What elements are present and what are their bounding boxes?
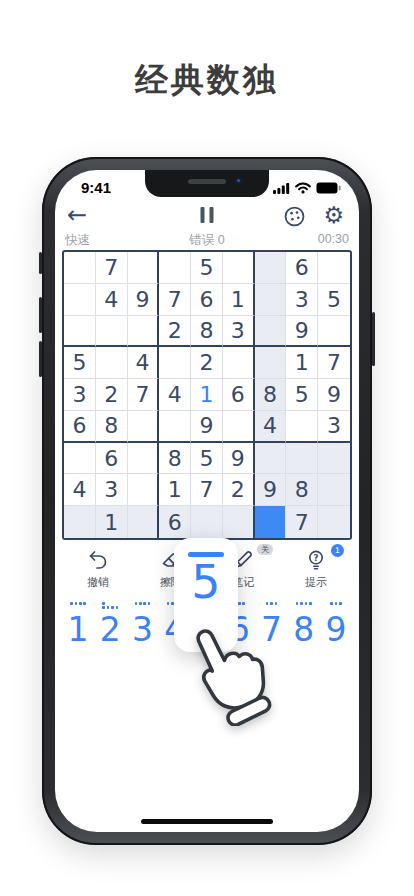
board-cell-r5c6[interactable]: 6 <box>223 379 255 411</box>
status-time: 9:41 <box>81 179 111 196</box>
board-cell-r9c4[interactable]: 6 <box>159 506 191 538</box>
board-cell-r6c9[interactable]: 3 <box>318 411 350 443</box>
errors-label: 错误 0 <box>189 232 224 249</box>
board-cell-r5c7[interactable]: 8 <box>255 379 287 411</box>
board-cell-r7c3[interactable] <box>128 443 160 475</box>
board-cell-r1c5[interactable]: 5 <box>191 252 223 284</box>
board-cell-r4c3[interactable]: 4 <box>128 347 160 379</box>
board-cell-r2c7[interactable] <box>255 284 287 316</box>
cellular-signal-icon <box>273 183 290 194</box>
board-cell-r5c4[interactable]: 4 <box>159 379 191 411</box>
board-cell-r1c3[interactable] <box>128 252 160 284</box>
home-indicator <box>141 819 273 824</box>
hint-count-badge: 1 <box>331 544 344 557</box>
board-cell-r4c1[interactable]: 5 <box>64 347 96 379</box>
board-cell-r8c5[interactable]: 7 <box>191 474 223 506</box>
board-cell-r1c9[interactable] <box>318 252 350 284</box>
board-cell-r5c8[interactable]: 5 <box>286 379 318 411</box>
board-cell-r6c5[interactable]: 9 <box>191 411 223 443</box>
board-cell-r3c8[interactable]: 9 <box>286 316 318 348</box>
board-cell-r9c2[interactable]: 1 <box>96 506 128 538</box>
numpad-key-1[interactable]: 1 <box>62 602 94 646</box>
board-cell-r5c9[interactable]: 9 <box>318 379 350 411</box>
board-cell-r2c5[interactable]: 6 <box>191 284 223 316</box>
notch <box>145 170 269 197</box>
board-cell-r5c2[interactable]: 2 <box>96 379 128 411</box>
board-cell-r4c2[interactable] <box>96 347 128 379</box>
hint-button[interactable]: 1 ? 提示 <box>294 548 338 590</box>
board-cell-r7c6[interactable]: 9 <box>223 443 255 475</box>
board-cell-r2c1[interactable] <box>64 284 96 316</box>
timer-label: 00:30 <box>318 232 349 246</box>
volume-down-button <box>39 341 42 377</box>
nav-bar: ← ⚙ <box>55 202 359 230</box>
board-cell-r5c3[interactable]: 7 <box>128 379 160 411</box>
pencil-icon <box>236 552 251 567</box>
board-cell-r2c3[interactable]: 9 <box>128 284 160 316</box>
board-cell-r6c7[interactable]: 4 <box>255 411 287 443</box>
board-cell-r6c3[interactable] <box>128 411 160 443</box>
board-cell-r6c1[interactable]: 6 <box>64 411 96 443</box>
board-cell-r8c3[interactable] <box>128 474 160 506</box>
board-cell-r1c2[interactable]: 7 <box>96 252 128 284</box>
front-camera <box>235 177 243 185</box>
undo-button[interactable]: 撤销 <box>76 548 120 590</box>
board-cell-r6c2[interactable]: 8 <box>96 411 128 443</box>
numpad-key-2[interactable]: 2 <box>94 602 126 646</box>
screenshot: 经典数独 9:41 <box>0 0 414 896</box>
board-cell-r3c7[interactable] <box>255 316 287 348</box>
key-preview-digit: 5 <box>191 559 220 605</box>
board-cell-r7c4[interactable]: 8 <box>159 443 191 475</box>
page-title: 经典数独 <box>0 58 414 103</box>
sudoku-grid: 7564976135283954217327416859689436859431… <box>62 250 352 540</box>
status-icons <box>273 182 341 194</box>
board-cell-r6c6[interactable] <box>223 411 255 443</box>
board-cell-r4c4[interactable] <box>159 347 191 379</box>
board-cell-r8c4[interactable]: 1 <box>159 474 191 506</box>
board-cell-r1c4[interactable] <box>159 252 191 284</box>
board-cell-r5c1[interactable]: 3 <box>64 379 96 411</box>
board-cell-r6c4[interactable] <box>159 411 191 443</box>
board-cell-r3c2[interactable] <box>96 316 128 348</box>
board-cell-r3c1[interactable] <box>64 316 96 348</box>
board-cell-r3c5[interactable]: 8 <box>191 316 223 348</box>
mute-switch <box>39 252 42 274</box>
speaker-slot <box>188 179 226 184</box>
board-cell-r7c2[interactable]: 6 <box>96 443 128 475</box>
pause-icon[interactable] <box>201 207 214 223</box>
board-cell-r2c6[interactable]: 1 <box>223 284 255 316</box>
palette-icon[interactable] <box>282 204 307 233</box>
board-cell-r9c9[interactable] <box>318 506 350 538</box>
board-cell-r7c9[interactable] <box>318 443 350 475</box>
numpad-key-9[interactable]: 9 <box>320 602 352 646</box>
board-cell-r8c8[interactable]: 8 <box>286 474 318 506</box>
board-cell-r6c8[interactable] <box>286 411 318 443</box>
difficulty-label: 快速 <box>65 232 90 249</box>
board-cell-r1c8[interactable]: 6 <box>286 252 318 284</box>
board-cell-r1c6[interactable] <box>223 252 255 284</box>
power-button <box>372 312 375 366</box>
board-cell-r2c4[interactable]: 7 <box>159 284 191 316</box>
notes-off-badge: 关 <box>257 544 273 555</box>
board-cell-r3c9[interactable] <box>318 316 350 348</box>
board-cell-r1c7[interactable] <box>255 252 287 284</box>
board-cell-r9c1[interactable] <box>64 506 96 538</box>
phone-frame: 9:41 <box>42 157 372 845</box>
board-cell-r7c8[interactable] <box>286 443 318 475</box>
battery-icon <box>316 182 341 194</box>
board-cell-r3c3[interactable] <box>128 316 160 348</box>
board-cell-r7c7[interactable] <box>255 443 287 475</box>
board-cell-r9c3[interactable] <box>128 506 160 538</box>
board-cell-r2c2[interactable]: 4 <box>96 284 128 316</box>
board-cell-r8c9[interactable] <box>318 474 350 506</box>
board-cell-r5c5[interactable]: 1 <box>191 379 223 411</box>
board-cell-r4c5[interactable]: 2 <box>191 347 223 379</box>
board-cell-r9c7[interactable] <box>255 506 287 538</box>
volume-up-button <box>39 297 42 333</box>
board-cell-r4c6[interactable] <box>223 347 255 379</box>
board-cell-r7c1[interactable] <box>64 443 96 475</box>
phone-screen: 9:41 <box>55 170 359 832</box>
board-cell-r4c8[interactable]: 1 <box>286 347 318 379</box>
board-cell-r9c6[interactable] <box>223 506 255 538</box>
board-cell-r9c5[interactable] <box>191 506 223 538</box>
board-cell-r8c2[interactable]: 3 <box>96 474 128 506</box>
board-cell-r3c6[interactable]: 3 <box>223 316 255 348</box>
board-cell-r8c1[interactable]: 4 <box>64 474 96 506</box>
svg-text:?: ? <box>314 553 319 563</box>
board-cell-r8c6[interactable]: 2 <box>223 474 255 506</box>
hint-label: 提示 <box>305 575 327 590</box>
board-cell-r8c7[interactable]: 9 <box>255 474 287 506</box>
back-icon[interactable]: ← <box>67 202 87 228</box>
board-cell-r4c7[interactable] <box>255 347 287 379</box>
board-cell-r7c5[interactable]: 5 <box>191 443 223 475</box>
board-cell-r3c4[interactable]: 2 <box>159 316 191 348</box>
board-cell-r1c1[interactable] <box>64 252 96 284</box>
hand-cursor-icon <box>183 616 293 726</box>
board-cell-r4c9[interactable]: 7 <box>318 347 350 379</box>
board-cell-r2c9[interactable]: 5 <box>318 284 350 316</box>
board-cell-r9c8[interactable]: 7 <box>286 506 318 538</box>
board-cell-r2c8[interactable]: 3 <box>286 284 318 316</box>
undo-label: 撤销 <box>87 575 109 590</box>
wifi-icon <box>295 182 311 194</box>
numpad-key-3[interactable]: 3 <box>126 602 158 646</box>
settings-gear-icon[interactable]: ⚙ <box>323 202 344 228</box>
